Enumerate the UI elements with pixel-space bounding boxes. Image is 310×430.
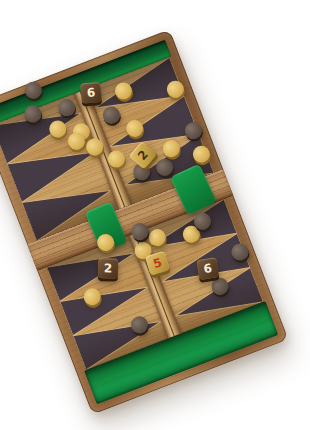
checker-dark[interactable] [182, 120, 204, 142]
checker-dark[interactable] [129, 220, 151, 242]
checker-light[interactable] [81, 286, 103, 308]
die-gold-2[interactable]: 2 [129, 141, 157, 169]
checker-light[interactable] [95, 231, 117, 253]
checker-light[interactable] [113, 80, 135, 102]
checker-dark[interactable] [100, 104, 122, 126]
die-gold-5[interactable]: 5 [145, 251, 170, 276]
backgammon-box: 62256 [0, 29, 289, 414]
checker-dark[interactable] [56, 96, 78, 118]
checker-dark[interactable] [154, 156, 176, 178]
checker-light[interactable] [105, 148, 127, 170]
die-value: 2 [136, 148, 151, 162]
checker-dark[interactable] [128, 314, 150, 336]
die-value: 6 [86, 86, 95, 99]
checker-dark[interactable] [209, 275, 231, 297]
checker-light[interactable] [84, 136, 106, 158]
die-dark-2[interactable]: 2 [98, 258, 118, 278]
pieces-layer: 62256 [0, 29, 289, 414]
photo-background: 62256 [0, 0, 310, 430]
checker-light[interactable] [160, 138, 182, 160]
checker-dark[interactable] [22, 79, 44, 101]
checker-dark[interactable] [229, 241, 251, 263]
checker-light[interactable] [124, 117, 146, 139]
die-value: 6 [203, 262, 213, 275]
die-dark-6[interactable]: 6 [80, 82, 102, 104]
checker-dark[interactable] [22, 103, 44, 125]
checker-light[interactable] [47, 118, 69, 140]
checker-light[interactable] [190, 143, 212, 165]
die-value: 5 [152, 256, 164, 270]
checker-light[interactable] [164, 78, 186, 100]
die-value: 2 [104, 262, 113, 274]
die-dark-6[interactable]: 6 [196, 257, 219, 280]
